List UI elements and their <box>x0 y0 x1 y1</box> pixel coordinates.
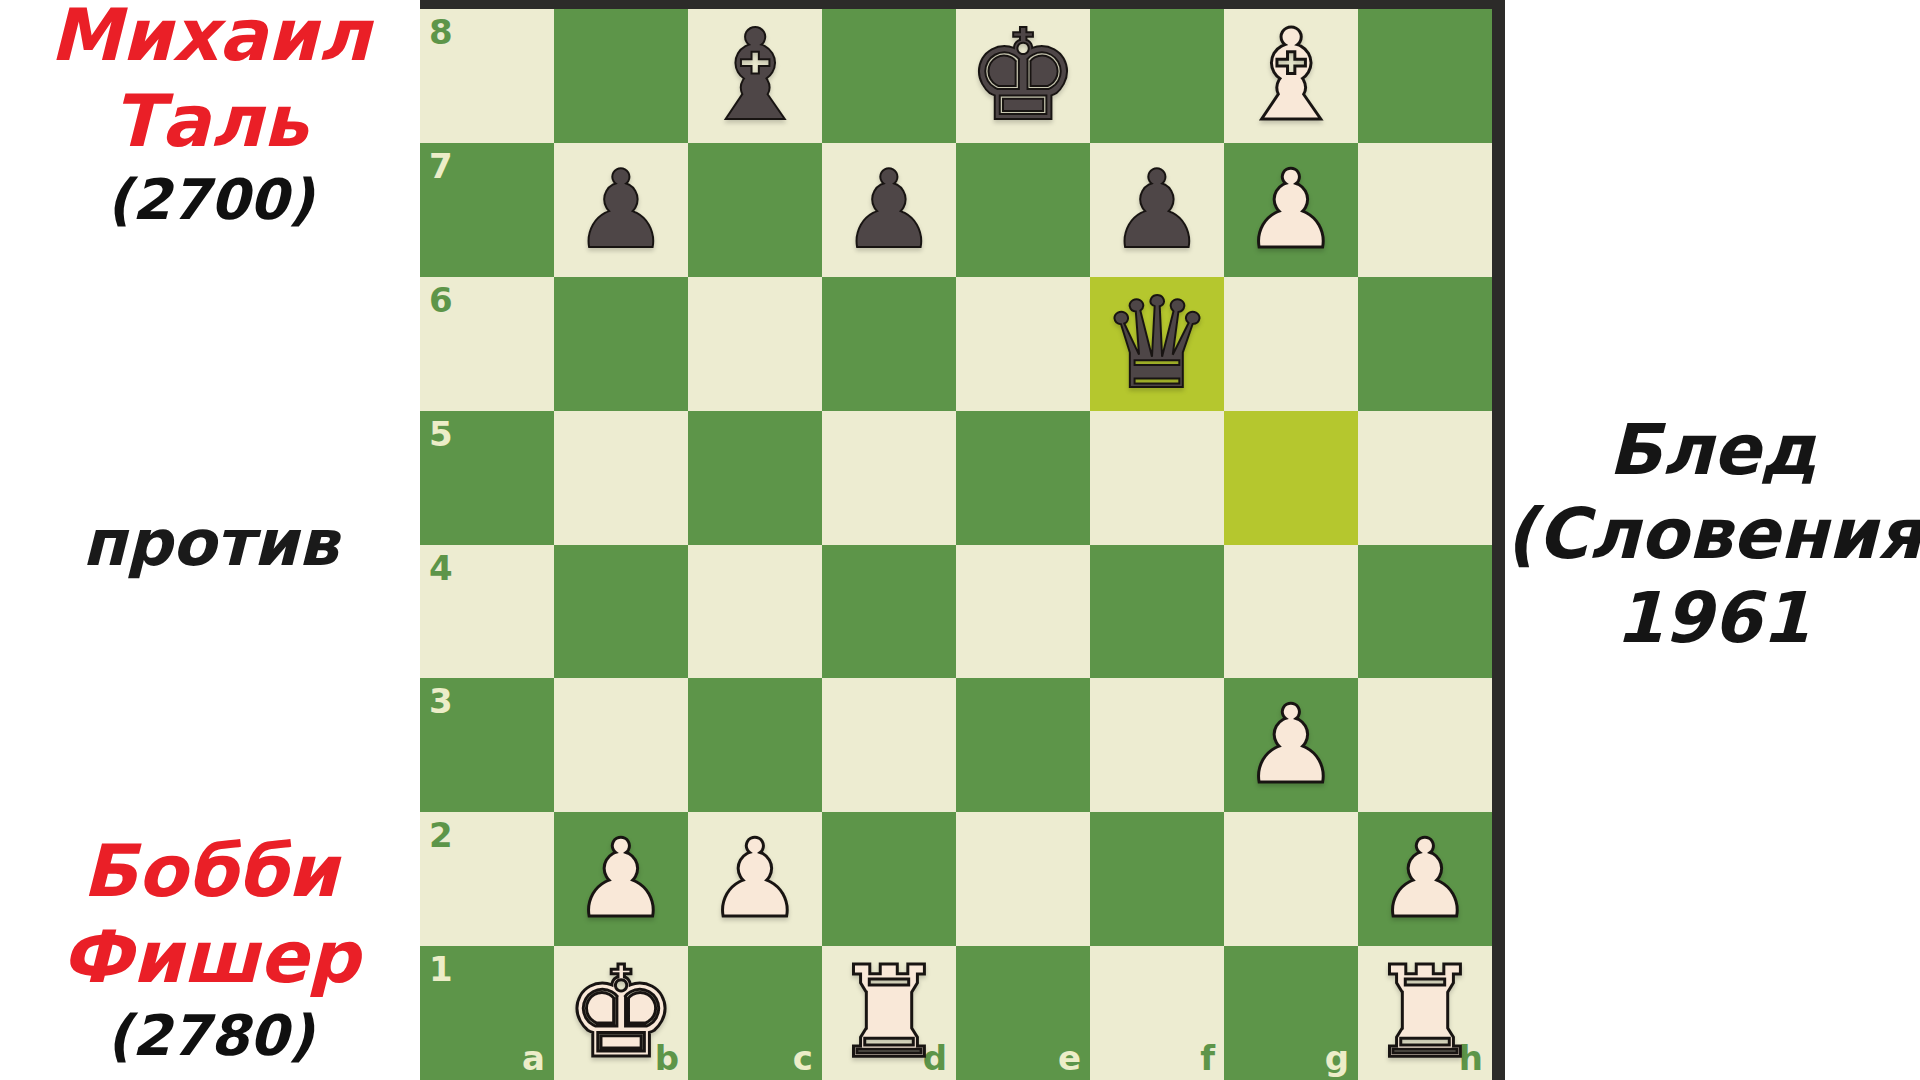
versus-label: против <box>0 498 420 588</box>
top-player-name-line2: Таль <box>0 78 420 164</box>
square-h2[interactable]: ♟ <box>1358 812 1492 946</box>
square-f4[interactable] <box>1090 545 1224 679</box>
square-h7[interactable] <box>1358 143 1492 277</box>
square-a7[interactable]: 7 <box>420 143 554 277</box>
square-h3[interactable] <box>1358 678 1492 812</box>
file-label-e: e <box>1058 1041 1081 1075</box>
white-pawn[interactable]: ♟ <box>707 825 804 933</box>
white-pawn[interactable]: ♟ <box>1377 825 1474 933</box>
square-d8[interactable] <box>822 9 956 143</box>
square-a1[interactable]: 1a <box>420 946 554 1080</box>
square-a6[interactable]: 6 <box>420 277 554 411</box>
square-f6[interactable]: ♛ <box>1090 277 1224 411</box>
square-b3[interactable] <box>554 678 688 812</box>
square-f1[interactable]: f <box>1090 946 1224 1080</box>
square-e7[interactable] <box>956 143 1090 277</box>
square-d5[interactable] <box>822 411 956 545</box>
square-e1[interactable]: e <box>956 946 1090 1080</box>
square-h4[interactable] <box>1358 545 1492 679</box>
square-d7[interactable]: ♟ <box>822 143 956 277</box>
square-c8[interactable]: ♝ <box>688 9 822 143</box>
black-pawn[interactable]: ♟ <box>841 156 938 264</box>
top-player-name-line1: Михаил <box>0 0 420 78</box>
square-c3[interactable] <box>688 678 822 812</box>
square-c4[interactable] <box>688 545 822 679</box>
square-c7[interactable] <box>688 143 822 277</box>
square-h5[interactable] <box>1358 411 1492 545</box>
square-c1[interactable]: c <box>688 946 822 1080</box>
square-b6[interactable] <box>554 277 688 411</box>
rank-label-2: 2 <box>429 818 453 852</box>
white-pawn[interactable]: ♟ <box>1243 156 1340 264</box>
square-h8[interactable] <box>1358 9 1492 143</box>
white-rook[interactable]: ♜ <box>833 950 946 1076</box>
bottom-player-name: Бобби Фишер <box>0 828 420 1000</box>
square-d4[interactable] <box>822 545 956 679</box>
square-e6[interactable] <box>956 277 1090 411</box>
rank-label-8: 8 <box>429 15 453 49</box>
bottom-player-name-line1: Бобби <box>0 828 420 914</box>
file-label-a: a <box>522 1041 545 1075</box>
square-f5[interactable] <box>1090 411 1224 545</box>
square-g4[interactable] <box>1224 545 1358 679</box>
square-e3[interactable] <box>956 678 1090 812</box>
right-caption-column: Блед (Словения) 1961 <box>1505 0 1920 1080</box>
white-rook[interactable]: ♜ <box>1369 950 1482 1076</box>
square-g8[interactable]: ♝ <box>1224 9 1358 143</box>
event-caption: Блед (Словения) 1961 <box>1505 408 1920 660</box>
square-c2[interactable]: ♟ <box>688 812 822 946</box>
square-h1[interactable]: h♜ <box>1358 946 1492 1080</box>
event-country: (Словения) <box>1505 492 1920 576</box>
white-pawn[interactable]: ♟ <box>1243 691 1340 799</box>
top-player-caption: Михаил Таль (2700) <box>0 0 420 232</box>
square-d1[interactable]: d♜ <box>822 946 956 1080</box>
rank-label-7: 7 <box>429 149 453 183</box>
square-a8[interactable]: 8 <box>420 9 554 143</box>
file-label-c: c <box>793 1041 813 1075</box>
black-bishop[interactable]: ♝ <box>699 13 812 139</box>
square-b1[interactable]: b♚ <box>554 946 688 1080</box>
page: Михаил Таль (2700) против Бобби Фишер (2… <box>0 0 1920 1080</box>
square-g5[interactable] <box>1224 411 1358 545</box>
square-b8[interactable] <box>554 9 688 143</box>
bottom-player-rating: (2780) <box>0 1004 420 1068</box>
left-caption-column: Михаил Таль (2700) против Бобби Фишер (2… <box>0 0 420 1080</box>
square-b7[interactable]: ♟ <box>554 143 688 277</box>
rank-label-5: 5 <box>429 417 453 451</box>
chess-board: 8♝♚♝7♟♟♟♟6♛543♟2♟♟♟1ab♚cd♜efgh♜ <box>420 0 1505 1080</box>
square-e2[interactable] <box>956 812 1090 946</box>
square-c6[interactable] <box>688 277 822 411</box>
rank-label-1: 1 <box>429 952 453 986</box>
rank-label-4: 4 <box>429 551 453 585</box>
event-year: 1961 <box>1505 576 1920 660</box>
black-pawn[interactable]: ♟ <box>573 156 670 264</box>
square-b4[interactable] <box>554 545 688 679</box>
square-b2[interactable]: ♟ <box>554 812 688 946</box>
black-queen[interactable]: ♛ <box>1101 281 1214 407</box>
square-d3[interactable] <box>822 678 956 812</box>
rank-label-6: 6 <box>429 283 453 317</box>
white-bishop[interactable]: ♝ <box>1235 13 1348 139</box>
square-f2[interactable] <box>1090 812 1224 946</box>
square-g3[interactable]: ♟ <box>1224 678 1358 812</box>
square-g7[interactable]: ♟ <box>1224 143 1358 277</box>
square-e8[interactable]: ♚ <box>956 9 1090 143</box>
square-c5[interactable] <box>688 411 822 545</box>
square-e5[interactable] <box>956 411 1090 545</box>
black-pawn[interactable]: ♟ <box>1109 156 1206 264</box>
square-a4[interactable]: 4 <box>420 545 554 679</box>
square-a3[interactable]: 3 <box>420 678 554 812</box>
file-label-g: g <box>1325 1041 1349 1075</box>
square-g2[interactable] <box>1224 812 1358 946</box>
square-b5[interactable] <box>554 411 688 545</box>
board-grid: 8♝♚♝7♟♟♟♟6♛543♟2♟♟♟1ab♚cd♜efgh♜ <box>420 9 1492 1080</box>
square-d6[interactable] <box>822 277 956 411</box>
top-player-name: Михаил Таль <box>0 0 420 164</box>
square-a2[interactable]: 2 <box>420 812 554 946</box>
bottom-player-caption: Бобби Фишер (2780) <box>0 828 420 1068</box>
bottom-player-name-line2: Фишер <box>0 914 420 1000</box>
square-g6[interactable] <box>1224 277 1358 411</box>
square-e4[interactable] <box>956 545 1090 679</box>
white-pawn[interactable]: ♟ <box>573 825 670 933</box>
square-g1[interactable]: g <box>1224 946 1358 1080</box>
square-h6[interactable] <box>1358 277 1492 411</box>
file-label-f: f <box>1200 1041 1215 1075</box>
rank-label-3: 3 <box>429 684 453 718</box>
white-king[interactable]: ♚ <box>565 950 678 1076</box>
square-f3[interactable] <box>1090 678 1224 812</box>
event-city: Блед <box>1505 408 1920 492</box>
square-f8[interactable] <box>1090 9 1224 143</box>
square-d2[interactable] <box>822 812 956 946</box>
top-player-rating: (2700) <box>0 168 420 232</box>
square-a5[interactable]: 5 <box>420 411 554 545</box>
black-king[interactable]: ♚ <box>967 13 1080 139</box>
square-f7[interactable]: ♟ <box>1090 143 1224 277</box>
